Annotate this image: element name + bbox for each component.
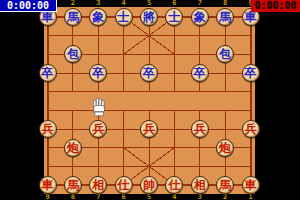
piece-red-advisor[interactable]: 仕	[115, 176, 133, 194]
file-label: 4	[168, 194, 180, 200]
piece-red-horse[interactable]: 馬	[216, 176, 234, 194]
file-label: 5	[143, 0, 155, 7]
piece-black-elephant[interactable]: 象	[191, 8, 209, 26]
piece-black-advisor[interactable]: 士	[115, 8, 133, 26]
piece-red-cannon[interactable]: 炮	[216, 139, 234, 157]
file-label: 7	[92, 194, 104, 200]
piece-red-elephant[interactable]: 相	[191, 176, 209, 194]
piece-red-soldier[interactable]: 兵	[39, 120, 57, 138]
file-label: 3	[92, 0, 104, 7]
file-label: 2	[67, 0, 79, 7]
file-label: 3	[194, 194, 206, 200]
piece-red-soldier[interactable]: 兵	[140, 120, 158, 138]
file-label: 7	[194, 0, 206, 7]
file-label: 8	[219, 0, 231, 7]
file-label: 1	[245, 194, 257, 200]
piece-black-horse[interactable]: 馬	[64, 8, 82, 26]
red-timer: 0:00:00	[251, 0, 300, 12]
piece-red-soldier[interactable]: 兵	[191, 120, 209, 138]
board-surface[interactable]	[44, 7, 255, 194]
file-label: 6	[168, 0, 180, 7]
piece-black-soldier[interactable]: 卒	[140, 64, 158, 82]
file-label: 8	[67, 194, 79, 200]
piece-red-horse[interactable]: 馬	[64, 176, 82, 194]
piece-black-general[interactable]: 將	[140, 8, 158, 26]
file-label: 6	[118, 194, 130, 200]
piece-black-soldier[interactable]: 卒	[39, 64, 57, 82]
file-label: 2	[219, 194, 231, 200]
hand-cursor	[92, 97, 107, 117]
piece-red-soldier[interactable]: 兵	[242, 120, 260, 138]
file-label: 5	[143, 194, 155, 200]
piece-black-horse[interactable]: 馬	[216, 8, 234, 26]
file-label: 9	[42, 194, 54, 200]
piece-black-soldier[interactable]: 卒	[191, 64, 209, 82]
xiangqi-game-screen: 123456789 987654321 車馬象士將士象馬車包包卒卒卒卒卒兵兵兵兵…	[0, 0, 300, 200]
piece-red-chariot[interactable]: 車	[242, 176, 260, 194]
piece-red-cannon[interactable]: 炮	[64, 139, 82, 157]
piece-black-soldier[interactable]: 卒	[242, 64, 260, 82]
piece-red-general[interactable]: 帥	[140, 176, 158, 194]
file-label: 4	[118, 0, 130, 7]
black-timer: 0:00:00	[0, 0, 57, 12]
piece-red-chariot[interactable]: 車	[39, 176, 57, 194]
